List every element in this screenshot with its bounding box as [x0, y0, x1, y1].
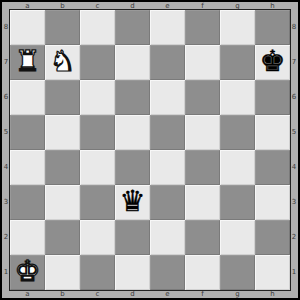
file-labels-bottom: abcdefgh — [10, 290, 290, 298]
square-a3[interactable] — [10, 185, 45, 220]
square-e1[interactable] — [150, 255, 185, 290]
square-d5[interactable] — [115, 115, 150, 150]
file-label-d-top: d — [115, 2, 150, 10]
square-a2[interactable] — [10, 220, 45, 255]
square-g3[interactable] — [220, 185, 255, 220]
file-label-h-top: h — [255, 2, 290, 10]
black-queen-d3[interactable]: ♛ — [120, 184, 146, 219]
square-a1[interactable]: ♚ — [10, 255, 45, 290]
rank-label-6-right: 6 — [290, 80, 298, 115]
square-h4[interactable] — [255, 150, 290, 185]
square-h7[interactable]: ♚ — [255, 45, 290, 80]
white-rook-a7[interactable]: ♜ — [15, 44, 41, 79]
square-b5[interactable] — [45, 115, 80, 150]
file-label-b-top: b — [45, 2, 80, 10]
chess-board-frame: abcdefgh abcdefgh 87654321 87654321 ♜♞♚♛… — [0, 0, 300, 300]
square-c8[interactable] — [80, 10, 115, 45]
file-label-g-top: g — [220, 2, 255, 10]
square-c6[interactable] — [80, 80, 115, 115]
square-c5[interactable] — [80, 115, 115, 150]
square-h2[interactable] — [255, 220, 290, 255]
square-f1[interactable] — [185, 255, 220, 290]
square-b7[interactable]: ♞ — [45, 45, 80, 80]
square-g1[interactable] — [220, 255, 255, 290]
square-f2[interactable] — [185, 220, 220, 255]
square-e8[interactable] — [150, 10, 185, 45]
rank-label-1-right: 1 — [290, 255, 298, 290]
white-knight-b7[interactable]: ♞ — [50, 44, 76, 79]
square-h1[interactable] — [255, 255, 290, 290]
square-e3[interactable] — [150, 185, 185, 220]
square-f5[interactable] — [185, 115, 220, 150]
square-b2[interactable] — [45, 220, 80, 255]
black-king-h7[interactable]: ♚ — [260, 44, 286, 79]
square-d4[interactable] — [115, 150, 150, 185]
square-a7[interactable]: ♜ — [10, 45, 45, 80]
square-d8[interactable] — [115, 10, 150, 45]
square-e2[interactable] — [150, 220, 185, 255]
rank-label-5-right: 5 — [290, 115, 298, 150]
square-c7[interactable] — [80, 45, 115, 80]
square-b8[interactable] — [45, 10, 80, 45]
square-f6[interactable] — [185, 80, 220, 115]
rank-label-8-right: 8 — [290, 10, 298, 45]
square-f7[interactable] — [185, 45, 220, 80]
rank-label-4-right: 4 — [290, 150, 298, 185]
square-f3[interactable] — [185, 185, 220, 220]
square-a8[interactable] — [10, 10, 45, 45]
file-label-c-top: c — [80, 2, 115, 10]
file-label-c-bottom: c — [80, 290, 115, 298]
rank-label-7-left: 7 — [2, 45, 10, 80]
square-d2[interactable] — [115, 220, 150, 255]
rank-label-2-left: 2 — [2, 220, 10, 255]
rank-label-1-left: 1 — [2, 255, 10, 290]
rank-label-3-right: 3 — [290, 185, 298, 220]
square-f4[interactable] — [185, 150, 220, 185]
file-label-e-top: e — [150, 2, 185, 10]
square-c2[interactable] — [80, 220, 115, 255]
file-label-b-bottom: b — [45, 290, 80, 298]
square-g5[interactable] — [220, 115, 255, 150]
file-label-h-bottom: h — [255, 290, 290, 298]
square-g2[interactable] — [220, 220, 255, 255]
square-a6[interactable] — [10, 80, 45, 115]
file-label-a-top: a — [10, 2, 45, 10]
rank-label-8-left: 8 — [2, 10, 10, 45]
square-e5[interactable] — [150, 115, 185, 150]
chess-board: ♜♞♚♛♚ — [10, 10, 290, 290]
rank-label-5-left: 5 — [2, 115, 10, 150]
square-b6[interactable] — [45, 80, 80, 115]
square-g6[interactable] — [220, 80, 255, 115]
square-e4[interactable] — [150, 150, 185, 185]
square-a4[interactable] — [10, 150, 45, 185]
square-h8[interactable] — [255, 10, 290, 45]
square-f8[interactable] — [185, 10, 220, 45]
square-e7[interactable] — [150, 45, 185, 80]
rank-labels-left: 87654321 — [2, 10, 10, 290]
square-h6[interactable] — [255, 80, 290, 115]
square-e6[interactable] — [150, 80, 185, 115]
square-c1[interactable] — [80, 255, 115, 290]
file-label-f-bottom: f — [185, 290, 220, 298]
square-d1[interactable] — [115, 255, 150, 290]
file-labels-top: abcdefgh — [10, 2, 290, 10]
file-label-e-bottom: e — [150, 290, 185, 298]
rank-label-6-left: 6 — [2, 80, 10, 115]
rank-labels-right: 87654321 — [290, 10, 298, 290]
rank-label-3-left: 3 — [2, 185, 10, 220]
square-h5[interactable] — [255, 115, 290, 150]
file-label-g-bottom: g — [220, 290, 255, 298]
square-g8[interactable] — [220, 10, 255, 45]
square-d3[interactable]: ♛ — [115, 185, 150, 220]
rank-label-2-right: 2 — [290, 220, 298, 255]
square-c4[interactable] — [80, 150, 115, 185]
rank-label-4-left: 4 — [2, 150, 10, 185]
square-c3[interactable] — [80, 185, 115, 220]
square-d7[interactable] — [115, 45, 150, 80]
rank-label-7-right: 7 — [290, 45, 298, 80]
file-label-d-bottom: d — [115, 290, 150, 298]
file-label-a-bottom: a — [10, 290, 45, 298]
square-g4[interactable] — [220, 150, 255, 185]
white-king-a1[interactable]: ♚ — [15, 254, 41, 289]
square-d6[interactable] — [115, 80, 150, 115]
square-g7[interactable] — [220, 45, 255, 80]
square-b1[interactable] — [45, 255, 80, 290]
square-b4[interactable] — [45, 150, 80, 185]
file-label-f-top: f — [185, 2, 220, 10]
square-h3[interactable] — [255, 185, 290, 220]
square-a5[interactable] — [10, 115, 45, 150]
square-b3[interactable] — [45, 185, 80, 220]
